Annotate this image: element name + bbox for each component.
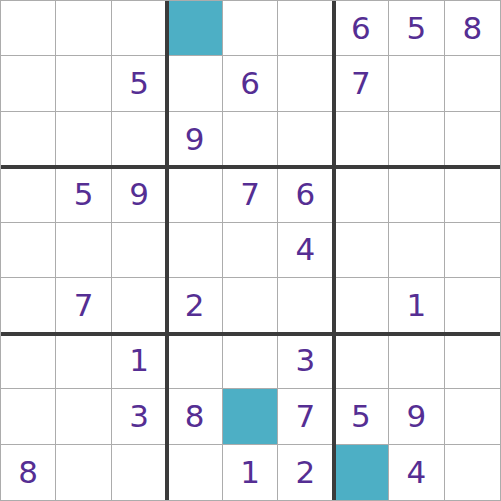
- cell-r4c2[interactable]: 5: [56, 167, 111, 222]
- cell-r1c8[interactable]: 5: [389, 1, 444, 56]
- cell-r9c5[interactable]: 1: [223, 445, 278, 500]
- cell-r4c5[interactable]: 7: [223, 167, 278, 222]
- cell-r4c8[interactable]: [389, 167, 444, 222]
- cell-r2c5[interactable]: 6: [223, 56, 278, 111]
- cell-r9c4[interactable]: [167, 445, 222, 500]
- cell-r7c7[interactable]: [334, 334, 389, 389]
- cell-r2c6[interactable]: [278, 56, 333, 111]
- cell-r4c1[interactable]: [1, 167, 56, 222]
- cell-r2c8[interactable]: [389, 56, 444, 111]
- cell-r1c9[interactable]: 8: [445, 1, 500, 56]
- cell-r8c4[interactable]: 8: [167, 389, 222, 444]
- cell-r3c8[interactable]: [389, 112, 444, 167]
- cell-r3c5[interactable]: [223, 112, 278, 167]
- cell-r6c1[interactable]: [1, 278, 56, 333]
- cell-r3c4[interactable]: 9: [167, 112, 222, 167]
- cell-r5c4[interactable]: [167, 223, 222, 278]
- cell-r3c7[interactable]: [334, 112, 389, 167]
- sudoku-board: 65856795976472113387598124: [0, 0, 501, 501]
- cell-r8c9[interactable]: [445, 389, 500, 444]
- cell-r4c9[interactable]: [445, 167, 500, 222]
- cell-r5c2[interactable]: [56, 223, 111, 278]
- cell-r7c4[interactable]: [167, 334, 222, 389]
- cell-r6c3[interactable]: [112, 278, 167, 333]
- cell-r8c6[interactable]: 7: [278, 389, 333, 444]
- cell-r3c2[interactable]: [56, 112, 111, 167]
- cell-r8c1[interactable]: [1, 389, 56, 444]
- cell-r3c3[interactable]: [112, 112, 167, 167]
- cell-r2c1[interactable]: [1, 56, 56, 111]
- cell-r8c7[interactable]: 5: [334, 389, 389, 444]
- cell-r8c8[interactable]: 9: [389, 389, 444, 444]
- cell-r9c9[interactable]: [445, 445, 500, 500]
- cell-r9c2[interactable]: [56, 445, 111, 500]
- cell-r7c2[interactable]: [56, 334, 111, 389]
- cell-r5c7[interactable]: [334, 223, 389, 278]
- cell-r4c4[interactable]: [167, 167, 222, 222]
- cell-r4c6[interactable]: 6: [278, 167, 333, 222]
- cell-r6c2[interactable]: 7: [56, 278, 111, 333]
- cell-r7c5[interactable]: [223, 334, 278, 389]
- cell-r5c1[interactable]: [1, 223, 56, 278]
- cell-r5c5[interactable]: [223, 223, 278, 278]
- cell-r7c8[interactable]: [389, 334, 444, 389]
- cell-r9c6[interactable]: 2: [278, 445, 333, 500]
- cell-r2c4[interactable]: [167, 56, 222, 111]
- cell-r3c6[interactable]: [278, 112, 333, 167]
- cell-r2c7[interactable]: 7: [334, 56, 389, 111]
- cell-r5c6[interactable]: 4: [278, 223, 333, 278]
- cell-r4c3[interactable]: 9: [112, 167, 167, 222]
- cell-r7c9[interactable]: [445, 334, 500, 389]
- sudoku-cells-grid: 65856795976472113387598124: [1, 1, 500, 500]
- cell-r7c6[interactable]: 3: [278, 334, 333, 389]
- cell-r3c1[interactable]: [1, 112, 56, 167]
- cell-r1c4[interactable]: [167, 1, 222, 56]
- cell-r2c9[interactable]: [445, 56, 500, 111]
- cell-r6c5[interactable]: [223, 278, 278, 333]
- cell-r6c8[interactable]: 1: [389, 278, 444, 333]
- cell-r7c3[interactable]: 1: [112, 334, 167, 389]
- cell-r8c2[interactable]: [56, 389, 111, 444]
- cell-r9c7[interactable]: [334, 445, 389, 500]
- cell-r6c7[interactable]: [334, 278, 389, 333]
- cell-r7c1[interactable]: [1, 334, 56, 389]
- cell-r2c2[interactable]: [56, 56, 111, 111]
- cell-r8c5[interactable]: [223, 389, 278, 444]
- cell-r6c9[interactable]: [445, 278, 500, 333]
- cell-r5c3[interactable]: [112, 223, 167, 278]
- cell-r8c3[interactable]: 3: [112, 389, 167, 444]
- cell-r3c9[interactable]: [445, 112, 500, 167]
- cell-r9c1[interactable]: 8: [1, 445, 56, 500]
- cell-r1c6[interactable]: [278, 1, 333, 56]
- cell-r9c3[interactable]: [112, 445, 167, 500]
- cell-r2c3[interactable]: 5: [112, 56, 167, 111]
- cell-r6c6[interactable]: [278, 278, 333, 333]
- cell-r4c7[interactable]: [334, 167, 389, 222]
- cell-r1c7[interactable]: 6: [334, 1, 389, 56]
- cell-r1c5[interactable]: [223, 1, 278, 56]
- cell-r1c2[interactable]: [56, 1, 111, 56]
- cell-r5c9[interactable]: [445, 223, 500, 278]
- cell-r6c4[interactable]: 2: [167, 278, 222, 333]
- cell-r9c8[interactable]: 4: [389, 445, 444, 500]
- cell-r1c3[interactable]: [112, 1, 167, 56]
- cell-r1c1[interactable]: [1, 1, 56, 56]
- cell-r5c8[interactable]: [389, 223, 444, 278]
